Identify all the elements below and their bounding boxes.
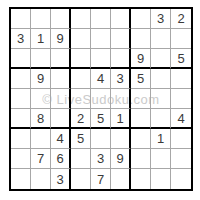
cell-r1c6[interactable] — [111, 9, 131, 29]
cell-r9c4[interactable] — [71, 169, 91, 189]
cell-r3c5[interactable] — [91, 49, 111, 69]
cell-r6c8[interactable] — [151, 109, 171, 129]
cell-r8c9[interactable] — [171, 149, 191, 169]
cell-r2c7[interactable] — [131, 29, 151, 49]
cell-r5c3[interactable] — [51, 89, 71, 109]
cell-r4c8[interactable] — [151, 69, 171, 89]
cell-r3c3[interactable] — [51, 49, 71, 69]
cell-r7c5[interactable] — [91, 129, 111, 149]
cell-r2c1[interactable]: 3 — [11, 29, 31, 49]
cell-r9c7[interactable] — [131, 169, 151, 189]
cell-r3c6[interactable] — [111, 49, 131, 69]
cell-r4c7[interactable]: 5 — [131, 69, 151, 89]
cell-r6c9[interactable]: 4 — [171, 109, 191, 129]
cell-r9c2[interactable] — [31, 169, 51, 189]
cell-r5c9[interactable] — [171, 89, 191, 109]
cell-r3c9[interactable]: 5 — [171, 49, 191, 69]
cell-r1c8[interactable]: 3 — [151, 9, 171, 29]
cell-r6c6[interactable]: 1 — [111, 109, 131, 129]
cell-r1c1[interactable] — [11, 9, 31, 29]
cell-r1c4[interactable] — [71, 9, 91, 29]
cell-r5c4[interactable] — [71, 89, 91, 109]
cell-r1c9[interactable]: 2 — [171, 9, 191, 29]
cell-r7c8[interactable]: 1 — [151, 129, 171, 149]
cell-r4c3[interactable] — [51, 69, 71, 89]
cell-r5c8[interactable] — [151, 89, 171, 109]
cell-r6c2[interactable]: 8 — [31, 109, 51, 129]
cell-r7c4[interactable]: 5 — [71, 129, 91, 149]
cell-r3c2[interactable] — [31, 49, 51, 69]
cell-r6c1[interactable] — [11, 109, 31, 129]
cell-r4c9[interactable] — [171, 69, 191, 89]
cell-r5c6[interactable] — [111, 89, 131, 109]
cell-r5c7[interactable] — [131, 89, 151, 109]
cell-r9c3[interactable]: 3 — [51, 169, 71, 189]
cell-r9c5[interactable]: 7 — [91, 169, 111, 189]
cell-r5c5[interactable] — [91, 89, 111, 109]
cell-r3c8[interactable] — [151, 49, 171, 69]
cell-r7c3[interactable]: 4 — [51, 129, 71, 149]
cell-r1c7[interactable] — [131, 9, 151, 29]
cell-r4c1[interactable] — [11, 69, 31, 89]
cell-r8c7[interactable] — [131, 149, 151, 169]
cell-r9c1[interactable] — [11, 169, 31, 189]
cell-r7c2[interactable] — [31, 129, 51, 149]
sudoku-board: © LiveSudoku.com 32319959435825144517639… — [9, 7, 193, 191]
cell-r2c4[interactable] — [71, 29, 91, 49]
cell-r2c5[interactable] — [91, 29, 111, 49]
cell-r2c2[interactable]: 1 — [31, 29, 51, 49]
cell-r5c2[interactable] — [31, 89, 51, 109]
cell-r2c9[interactable] — [171, 29, 191, 49]
cell-r5c1[interactable] — [11, 89, 31, 109]
cell-r6c5[interactable]: 5 — [91, 109, 111, 129]
cell-r2c8[interactable] — [151, 29, 171, 49]
cell-r4c5[interactable]: 4 — [91, 69, 111, 89]
cell-r7c7[interactable] — [131, 129, 151, 149]
cell-r7c1[interactable] — [11, 129, 31, 149]
cell-r1c5[interactable] — [91, 9, 111, 29]
cell-r3c7[interactable]: 9 — [131, 49, 151, 69]
cell-r8c8[interactable] — [151, 149, 171, 169]
cell-r4c6[interactable]: 3 — [111, 69, 131, 89]
cell-r1c3[interactable] — [51, 9, 71, 29]
cell-r8c6[interactable]: 9 — [111, 149, 131, 169]
cell-r9c9[interactable] — [171, 169, 191, 189]
cell-r8c5[interactable]: 3 — [91, 149, 111, 169]
cell-r2c6[interactable] — [111, 29, 131, 49]
cell-r1c2[interactable] — [31, 9, 51, 29]
cell-r8c3[interactable]: 6 — [51, 149, 71, 169]
cell-r3c1[interactable] — [11, 49, 31, 69]
cell-r9c6[interactable] — [111, 169, 131, 189]
cell-r3c4[interactable] — [71, 49, 91, 69]
cell-r9c8[interactable] — [151, 169, 171, 189]
cell-r8c2[interactable]: 7 — [31, 149, 51, 169]
cell-r7c9[interactable] — [171, 129, 191, 149]
cell-r4c2[interactable]: 9 — [31, 69, 51, 89]
cell-r4c4[interactable] — [71, 69, 91, 89]
cell-r6c4[interactable]: 2 — [71, 109, 91, 129]
cell-r7c6[interactable] — [111, 129, 131, 149]
cell-r6c7[interactable] — [131, 109, 151, 129]
cell-r6c3[interactable] — [51, 109, 71, 129]
cell-r2c3[interactable]: 9 — [51, 29, 71, 49]
sudoku-grid: 3231995943582514451763937 — [9, 7, 193, 191]
cell-r8c1[interactable] — [11, 149, 31, 169]
cell-r8c4[interactable] — [71, 149, 91, 169]
